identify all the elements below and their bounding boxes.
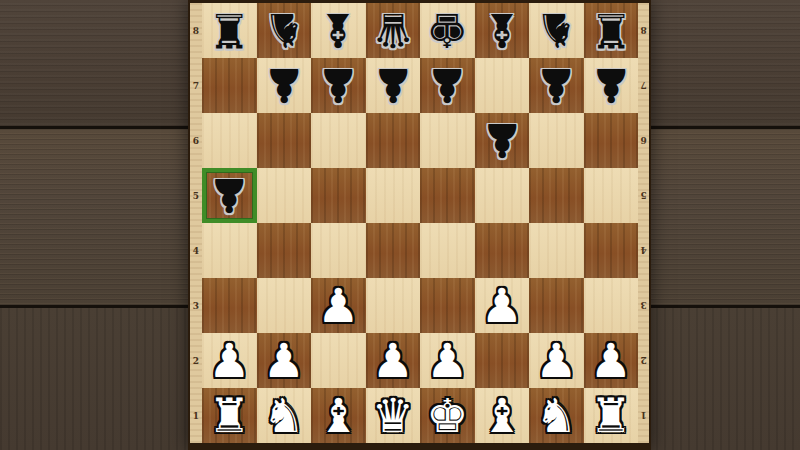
square-b3[interactable] <box>257 278 312 333</box>
square-e3[interactable] <box>420 278 475 333</box>
rank-label-right-5: 5 <box>638 168 649 223</box>
square-h7[interactable]: ♟ <box>584 58 639 113</box>
rank-label-right-3: 3 <box>638 278 649 333</box>
white-bishop[interactable]: ♝ <box>317 388 359 443</box>
rank-label-left-2: 2 <box>190 333 202 388</box>
square-d1[interactable]: ♛ <box>366 388 421 443</box>
square-a8[interactable]: ♜ <box>202 3 257 58</box>
square-g7[interactable]: ♟ <box>529 58 584 113</box>
square-h2[interactable]: ♟ <box>584 333 639 388</box>
rank-label-right-2: 2 <box>638 333 649 388</box>
rank-label-right-8: 8 <box>638 3 649 58</box>
white-pawn[interactable]: ♟ <box>317 278 359 333</box>
white-pawn[interactable]: ♟ <box>481 278 523 333</box>
black-bishop[interactable]: ♝ <box>481 3 523 58</box>
white-pawn[interactable]: ♟ <box>535 333 577 388</box>
rank-labels-right: 87654321 <box>638 3 649 443</box>
rank-labels-left: 87654321 <box>190 3 202 443</box>
square-c6[interactable] <box>311 113 366 168</box>
rank-label-left-6: 6 <box>190 113 202 168</box>
square-f6[interactable]: ♟ <box>475 113 530 168</box>
square-g2[interactable]: ♟ <box>529 333 584 388</box>
black-bishop[interactable]: ♝ <box>317 3 359 58</box>
square-f1[interactable]: ♝ <box>475 388 530 443</box>
square-g1[interactable]: ♞ <box>529 388 584 443</box>
square-a2[interactable]: ♟ <box>202 333 257 388</box>
rank-label-left-1: 1 <box>190 388 202 443</box>
square-g3[interactable] <box>529 278 584 333</box>
square-e4[interactable] <box>420 223 475 278</box>
black-pawn[interactable]: ♟ <box>481 113 523 168</box>
square-e6[interactable] <box>420 113 475 168</box>
white-pawn[interactable]: ♟ <box>263 333 305 388</box>
black-king[interactable]: ♚ <box>426 3 468 58</box>
square-h4[interactable] <box>584 223 639 278</box>
white-rook[interactable]: ♜ <box>590 388 632 443</box>
black-queen[interactable]: ♛ <box>372 3 414 58</box>
square-c3[interactable]: ♟ <box>311 278 366 333</box>
white-king[interactable]: ♚ <box>426 388 468 443</box>
square-e7[interactable]: ♟ <box>420 58 475 113</box>
black-pawn[interactable]: ♟ <box>208 168 250 223</box>
square-b7[interactable]: ♟ <box>257 58 312 113</box>
square-f4[interactable] <box>475 223 530 278</box>
square-f5[interactable] <box>475 168 530 223</box>
square-c8[interactable]: ♝ <box>311 3 366 58</box>
black-pawn[interactable]: ♟ <box>590 58 632 113</box>
square-g8[interactable]: ♞ <box>529 3 584 58</box>
square-e1[interactable]: ♚ <box>420 388 475 443</box>
rank-label-left-3: 3 <box>190 278 202 333</box>
rank-label-right-4: 4 <box>638 223 649 278</box>
square-d3[interactable] <box>366 278 421 333</box>
square-b1[interactable]: ♞ <box>257 388 312 443</box>
square-e5[interactable] <box>420 168 475 223</box>
chess-app-screen: { "game": "chess", "position": { "fen": … <box>0 0 800 450</box>
square-f3[interactable]: ♟ <box>475 278 530 333</box>
square-d2[interactable]: ♟ <box>366 333 421 388</box>
square-d7[interactable]: ♟ <box>366 58 421 113</box>
square-d4[interactable] <box>366 223 421 278</box>
rank-label-left-4: 4 <box>190 223 202 278</box>
square-f8[interactable]: ♝ <box>475 3 530 58</box>
white-pawn[interactable]: ♟ <box>590 333 632 388</box>
square-f7[interactable] <box>475 58 530 113</box>
white-rook[interactable]: ♜ <box>208 388 250 443</box>
square-d6[interactable] <box>366 113 421 168</box>
square-b5[interactable] <box>257 168 312 223</box>
square-c5[interactable] <box>311 168 366 223</box>
square-a4[interactable] <box>202 223 257 278</box>
rank-label-left-5: 5 <box>190 168 202 223</box>
square-g5[interactable] <box>529 168 584 223</box>
square-a3[interactable] <box>202 278 257 333</box>
square-b6[interactable] <box>257 113 312 168</box>
rank-label-left-8: 8 <box>190 3 202 58</box>
rank-label-right-1: 1 <box>638 388 649 443</box>
white-knight[interactable]: ♞ <box>263 388 305 443</box>
black-pawn[interactable]: ♟ <box>426 58 468 113</box>
rank-label-right-6: 6 <box>638 113 649 168</box>
black-pawn[interactable]: ♟ <box>535 58 577 113</box>
black-rook[interactable]: ♜ <box>590 3 632 58</box>
square-b8[interactable]: ♞ <box>257 3 312 58</box>
white-pawn[interactable]: ♟ <box>208 333 250 388</box>
black-pawn[interactable]: ♟ <box>317 58 359 113</box>
square-b4[interactable] <box>257 223 312 278</box>
square-h3[interactable] <box>584 278 639 333</box>
black-knight[interactable]: ♞ <box>263 3 305 58</box>
white-queen[interactable]: ♛ <box>372 388 414 443</box>
black-rook[interactable]: ♜ <box>208 3 250 58</box>
black-pawn[interactable]: ♟ <box>263 58 305 113</box>
square-h1[interactable]: ♜ <box>584 388 639 443</box>
square-c7[interactable]: ♟ <box>311 58 366 113</box>
chess-board: 87654321 ♜♞♝♛♚♝♞♜♟♟♟♟♟♟♟♟♟♟♟♟♟♟♟♟♜♞♝♛♚♝♞… <box>188 0 651 450</box>
square-d8[interactable]: ♛ <box>366 3 421 58</box>
square-g4[interactable] <box>529 223 584 278</box>
square-h8[interactable]: ♜ <box>584 3 639 58</box>
white-bishop[interactable]: ♝ <box>481 388 523 443</box>
square-b2[interactable]: ♟ <box>257 333 312 388</box>
square-c2[interactable] <box>311 333 366 388</box>
square-a6[interactable] <box>202 113 257 168</box>
black-pawn[interactable]: ♟ <box>372 58 414 113</box>
square-a7[interactable] <box>202 58 257 113</box>
white-pawn[interactable]: ♟ <box>426 333 468 388</box>
white-knight[interactable]: ♞ <box>535 388 577 443</box>
square-d5[interactable] <box>366 168 421 223</box>
square-g6[interactable] <box>529 113 584 168</box>
square-h6[interactable] <box>584 113 639 168</box>
rank-label-right-7: 7 <box>638 58 649 113</box>
black-knight[interactable]: ♞ <box>535 3 577 58</box>
square-a1[interactable]: ♜ <box>202 388 257 443</box>
white-pawn[interactable]: ♟ <box>372 333 414 388</box>
square-e8[interactable]: ♚ <box>420 3 475 58</box>
rank-label-left-7: 7 <box>190 58 202 113</box>
square-f2[interactable] <box>475 333 530 388</box>
square-a5[interactable]: ♟ <box>202 168 257 223</box>
square-h5[interactable] <box>584 168 639 223</box>
square-c1[interactable]: ♝ <box>311 388 366 443</box>
board-squares: ♜♞♝♛♚♝♞♜♟♟♟♟♟♟♟♟♟♟♟♟♟♟♟♟♜♞♝♛♚♝♞♜ <box>202 3 638 443</box>
square-e2[interactable]: ♟ <box>420 333 475 388</box>
square-c4[interactable] <box>311 223 366 278</box>
